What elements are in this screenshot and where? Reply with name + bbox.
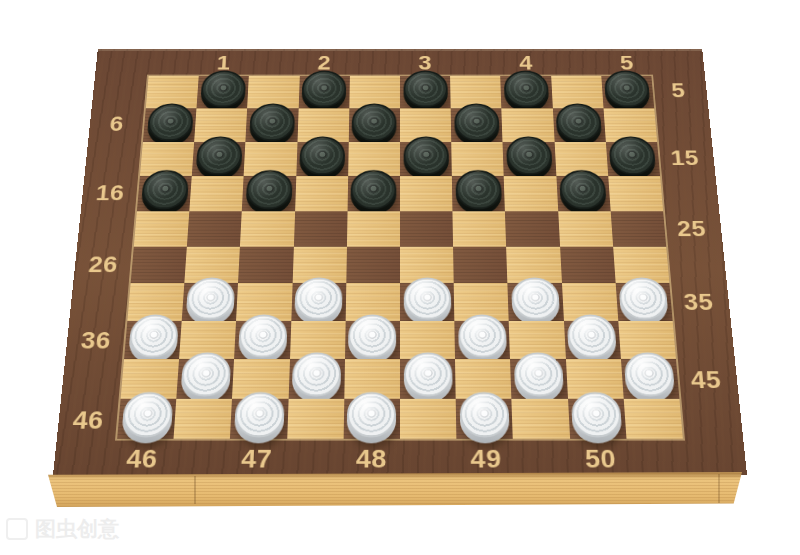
- piece-face: [403, 71, 447, 108]
- piece-white-47[interactable]: [234, 398, 285, 443]
- piece-black-13[interactable]: [403, 141, 449, 179]
- piece-black-11[interactable]: [195, 141, 243, 179]
- board-side-edge: [48, 472, 742, 507]
- piece-black-4[interactable]: [504, 75, 550, 112]
- piece-black-20[interactable]: [559, 175, 607, 214]
- square-22[interactable]: [294, 211, 348, 247]
- square-25[interactable]: [610, 211, 666, 247]
- square-20[interactable]: [556, 176, 610, 211]
- square-9[interactable]: [451, 109, 503, 142]
- square-36[interactable]: [124, 321, 182, 359]
- board-grid: [115, 75, 685, 441]
- square-19[interactable]: [452, 176, 505, 211]
- piece-white-36[interactable]: [127, 320, 178, 363]
- square-33[interactable]: [400, 283, 455, 320]
- piece-face: [459, 392, 509, 437]
- piece-black-12[interactable]: [299, 141, 345, 179]
- light-square: [623, 398, 682, 438]
- square-26[interactable]: [131, 247, 187, 284]
- light-square: [608, 176, 663, 211]
- light-square: [190, 176, 244, 211]
- piece-white-39[interactable]: [458, 320, 507, 363]
- square-47[interactable]: [230, 398, 288, 438]
- watermark-text: 图虫创意: [35, 515, 119, 543]
- square-11[interactable]: [192, 142, 246, 176]
- light-square: [347, 211, 400, 247]
- square-50[interactable]: [568, 398, 627, 438]
- square-44[interactable]: [510, 359, 567, 398]
- piece-white-37[interactable]: [238, 320, 288, 363]
- coord-bottom-50: 50: [584, 446, 616, 471]
- coord-left-6: 6: [109, 114, 125, 134]
- piece-face: [403, 277, 451, 319]
- light-square: [134, 211, 190, 247]
- piece-face: [454, 103, 500, 140]
- square-7[interactable]: [246, 109, 299, 142]
- light-square: [295, 176, 348, 211]
- coord-right-35: 35: [683, 291, 715, 314]
- light-square: [240, 211, 294, 247]
- square-37[interactable]: [234, 321, 291, 359]
- photo-canvas: 146652471615348262544936355504645 图虫创意: [0, 0, 800, 555]
- square-4[interactable]: [501, 76, 553, 109]
- piece-black-6[interactable]: [146, 108, 194, 146]
- piece-face: [351, 170, 397, 209]
- square-3[interactable]: [400, 76, 451, 109]
- square-29[interactable]: [453, 247, 508, 284]
- piece-white-46[interactable]: [120, 398, 173, 443]
- square-41[interactable]: [177, 359, 235, 398]
- square-46[interactable]: [117, 398, 176, 438]
- light-square: [504, 176, 558, 211]
- coord-bottom-47: 47: [241, 446, 273, 471]
- piece-black-19[interactable]: [455, 175, 502, 214]
- piece-face: [403, 353, 452, 397]
- piece-white-49[interactable]: [459, 398, 509, 443]
- piece-black-16[interactable]: [140, 175, 189, 214]
- piece-face: [504, 71, 550, 108]
- square-27[interactable]: [238, 247, 293, 284]
- square-38[interactable]: [345, 321, 400, 359]
- square-10[interactable]: [553, 109, 606, 142]
- square-39[interactable]: [455, 321, 511, 359]
- light-square: [453, 211, 507, 247]
- piece-white-48[interactable]: [347, 398, 397, 443]
- square-28[interactable]: [346, 247, 400, 284]
- piece-face: [352, 103, 397, 140]
- square-48[interactable]: [343, 398, 400, 438]
- piece-black-7[interactable]: [249, 108, 295, 146]
- square-17[interactable]: [242, 176, 296, 211]
- square-35[interactable]: [615, 283, 672, 320]
- piece-white-44[interactable]: [514, 358, 564, 402]
- square-2[interactable]: [298, 76, 349, 109]
- square-6[interactable]: [143, 109, 197, 142]
- coord-top-3: 3: [418, 53, 432, 72]
- piece-white-31[interactable]: [185, 283, 235, 325]
- piece-black-18[interactable]: [351, 175, 397, 214]
- square-13[interactable]: [400, 142, 452, 176]
- coord-bottom-46: 46: [126, 446, 159, 471]
- piece-face: [514, 353, 564, 397]
- light-square: [400, 176, 453, 211]
- watermark-logo-icon: [6, 518, 28, 540]
- light-square: [287, 398, 344, 438]
- coord-left-26: 26: [88, 254, 119, 276]
- square-14[interactable]: [503, 142, 556, 176]
- square-49[interactable]: [456, 398, 513, 438]
- square-42[interactable]: [288, 359, 345, 398]
- light-square: [512, 398, 570, 438]
- piece-white-43[interactable]: [403, 358, 452, 402]
- square-45[interactable]: [621, 359, 680, 398]
- square-32[interactable]: [291, 283, 346, 320]
- light-square: [174, 398, 233, 438]
- piece-white-32[interactable]: [294, 283, 343, 325]
- square-12[interactable]: [296, 142, 349, 176]
- coord-left-36: 36: [80, 329, 112, 352]
- coord-top-2: 2: [317, 53, 331, 72]
- piece-black-17[interactable]: [245, 175, 292, 214]
- piece-white-41[interactable]: [180, 358, 231, 402]
- square-21[interactable]: [187, 211, 242, 247]
- piece-white-33[interactable]: [403, 283, 451, 325]
- piece-black-10[interactable]: [556, 108, 603, 146]
- piece-black-8[interactable]: [352, 108, 397, 146]
- piece-black-14[interactable]: [506, 141, 553, 179]
- coord-right-45: 45: [690, 368, 722, 392]
- piece-white-45[interactable]: [624, 358, 676, 402]
- coord-right-5: 5: [671, 81, 687, 101]
- piece-black-3[interactable]: [403, 75, 448, 112]
- square-15[interactable]: [606, 142, 660, 176]
- piece-black-15[interactable]: [609, 141, 657, 179]
- coord-bottom-49: 49: [470, 446, 502, 471]
- piece-black-1[interactable]: [200, 75, 246, 112]
- piece-face: [458, 315, 507, 358]
- piece-white-38[interactable]: [348, 320, 396, 363]
- square-24[interactable]: [505, 211, 559, 247]
- light-square: [558, 211, 613, 247]
- coord-top-5: 5: [619, 53, 634, 72]
- light-square: [400, 398, 457, 438]
- square-16[interactable]: [137, 176, 192, 211]
- piece-white-34[interactable]: [511, 283, 560, 325]
- square-8[interactable]: [349, 109, 400, 142]
- piece-white-35[interactable]: [619, 283, 670, 325]
- square-40[interactable]: [564, 321, 621, 359]
- coord-top-4: 4: [519, 53, 533, 72]
- square-5[interactable]: [601, 76, 654, 109]
- coord-right-15: 15: [670, 148, 700, 169]
- board-frame: 146652471615348262544936355504645: [53, 49, 747, 475]
- square-23[interactable]: [400, 211, 453, 247]
- square-31[interactable]: [182, 283, 238, 320]
- square-34[interactable]: [508, 283, 564, 320]
- piece-black-9[interactable]: [454, 108, 500, 146]
- piece-face: [506, 136, 553, 174]
- coord-left-46: 46: [72, 408, 105, 433]
- piece-white-42[interactable]: [292, 358, 342, 402]
- square-18[interactable]: [347, 176, 400, 211]
- piece-face: [348, 315, 396, 358]
- coord-top-1: 1: [216, 53, 231, 72]
- piece-white-50[interactable]: [571, 398, 623, 443]
- watermark: 图虫创意: [6, 515, 119, 543]
- square-1[interactable]: [197, 76, 250, 109]
- square-30[interactable]: [560, 247, 616, 284]
- coord-right-25: 25: [676, 218, 707, 240]
- draughts-board: 146652471615348262544936355504645: [53, 49, 747, 475]
- piece-face: [403, 136, 448, 174]
- piece-face: [347, 392, 396, 437]
- piece-face: [455, 170, 502, 209]
- piece-white-40[interactable]: [567, 320, 618, 363]
- coord-left-16: 16: [95, 182, 125, 203]
- coord-bottom-48: 48: [356, 446, 387, 471]
- piece-black-5[interactable]: [604, 75, 651, 112]
- piece-face: [511, 277, 560, 319]
- piece-black-2[interactable]: [301, 75, 346, 112]
- square-43[interactable]: [400, 359, 456, 398]
